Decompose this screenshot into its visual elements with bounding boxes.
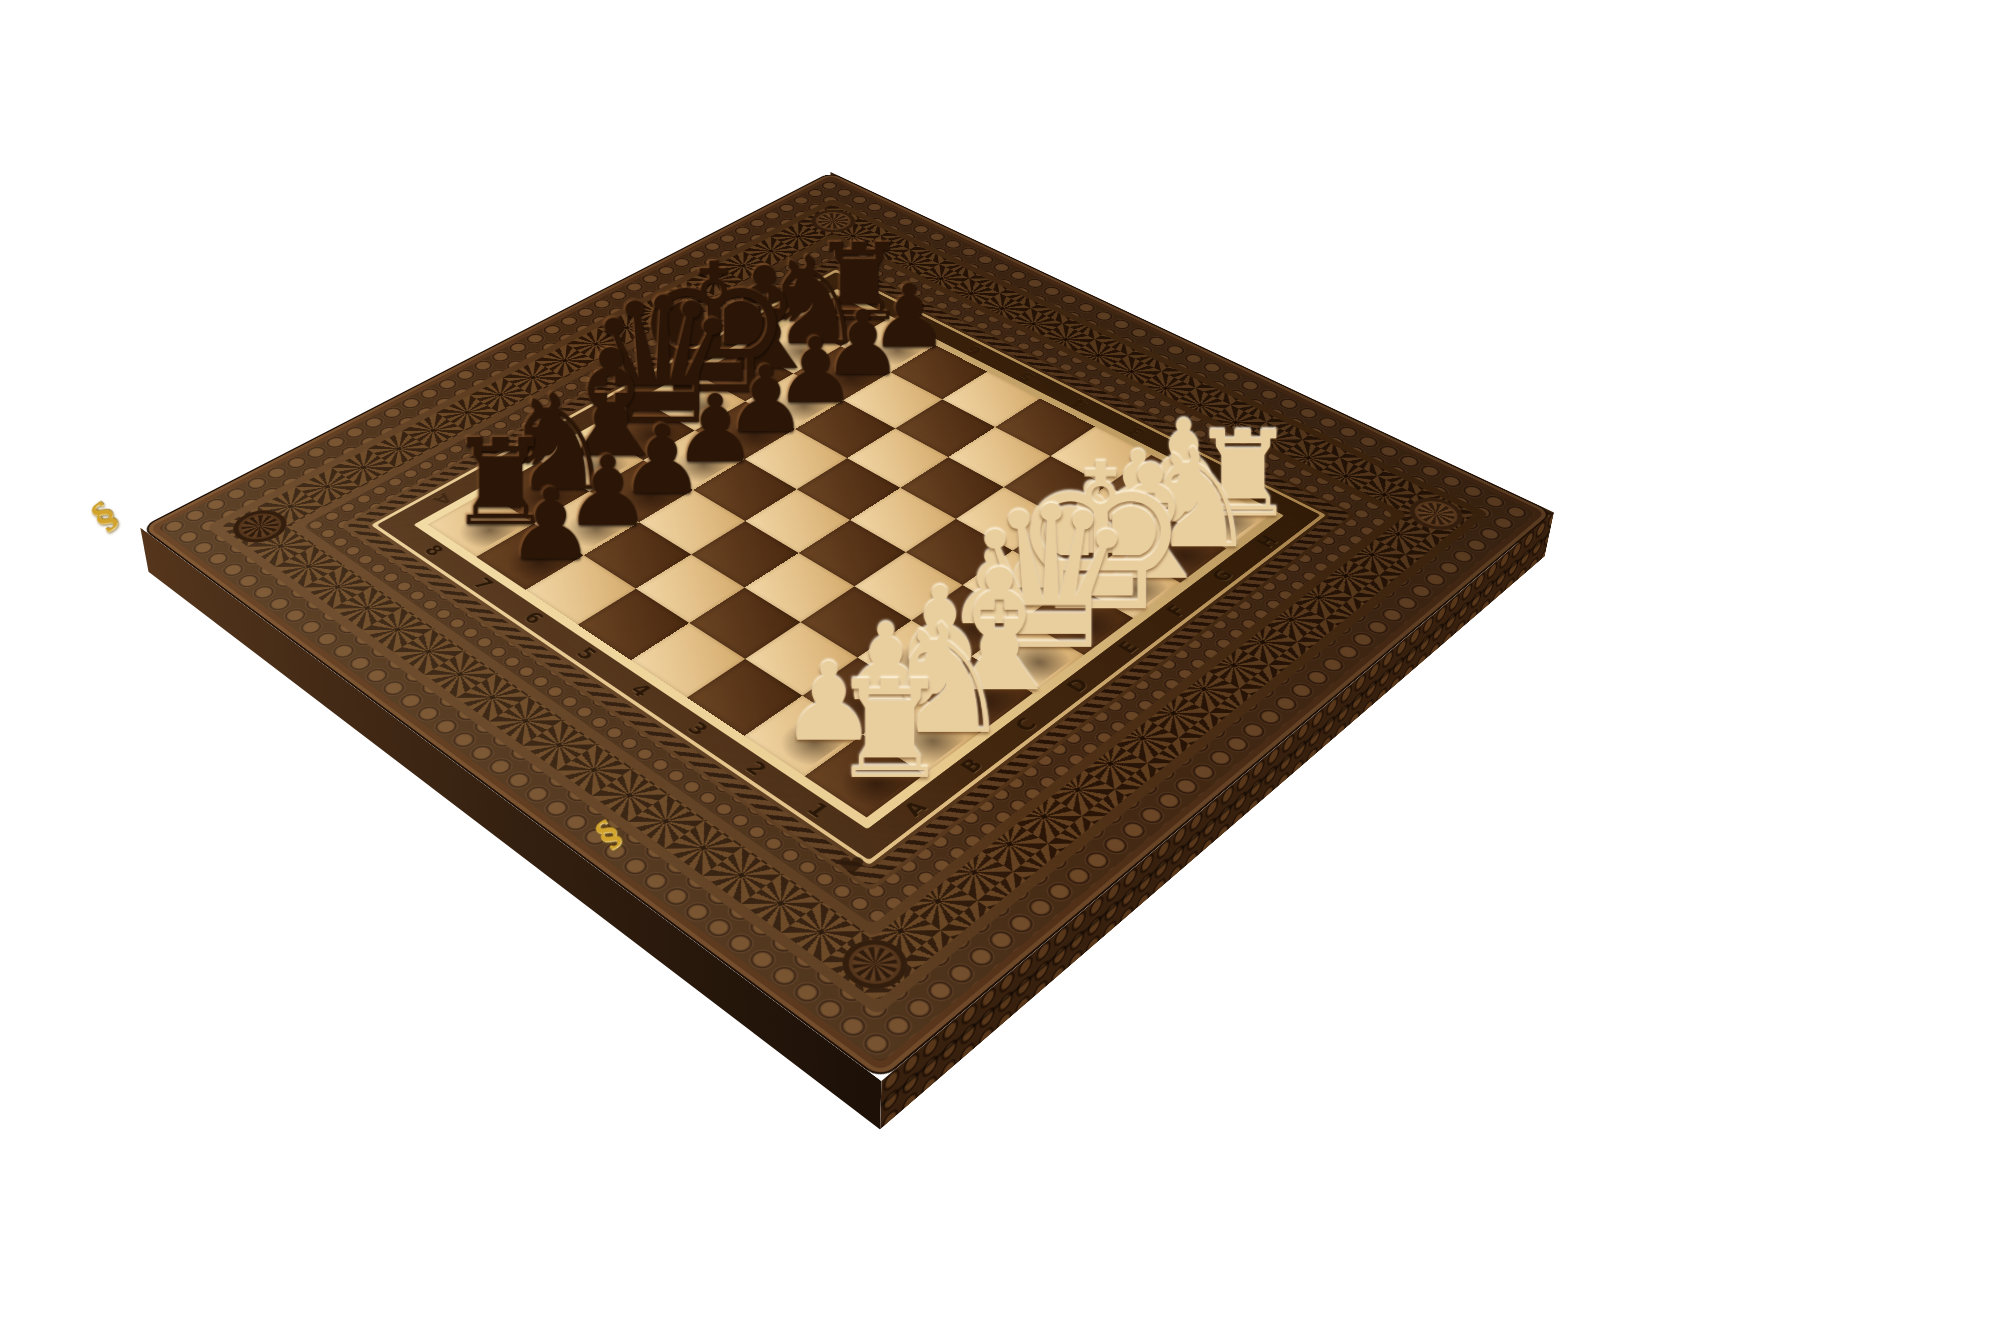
board-scene: ♥ 87654321 87654321 ABCDEFGH ABCDEFGH ♜♞…: [0, 0, 2000, 1336]
piece-glyph: ♟: [507, 475, 595, 574]
chess-board: ♥ 87654321 87654321 ABCDEFGH ABCDEFGH ♜♞…: [140, 172, 1554, 1081]
product-photo-canvas: ♥ 87654321 87654321 ABCDEFGH ABCDEFGH ♜♞…: [0, 0, 2000, 1336]
piece-glyph: ♜: [829, 662, 951, 798]
